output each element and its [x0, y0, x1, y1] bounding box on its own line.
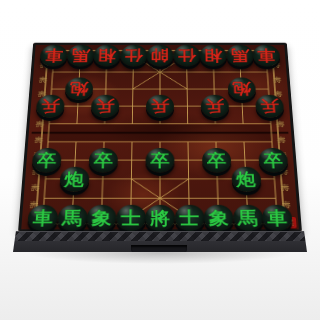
piece-glyph: 兵	[41, 99, 61, 114]
piece-glyph: 車	[267, 209, 288, 227]
piece-glyph: 卒	[263, 152, 283, 168]
piece-glyph: 車	[44, 48, 63, 62]
piece-red-soldier[interactable]: 兵	[255, 95, 284, 118]
piece-glyph: 馬	[230, 48, 249, 62]
piece-glyph: 車	[257, 48, 276, 62]
piece-red-chariot[interactable]: 車	[252, 45, 280, 67]
piece-glyph: 兵	[151, 99, 170, 114]
piece-glyph: 馬	[71, 48, 90, 62]
folding-board-front-edge	[13, 231, 307, 252]
piece-red-advisor[interactable]: 仕	[173, 45, 200, 67]
piece-glyph: 卒	[93, 152, 113, 168]
piece-glyph: 士	[121, 209, 141, 227]
piece-green-cannon[interactable]: 炮	[59, 166, 89, 191]
piece-green-soldier[interactable]: 卒	[258, 148, 288, 173]
piece-glyph: 相	[204, 48, 222, 62]
piece-glyph: 卒	[207, 152, 227, 168]
piece-glyph: 士	[179, 209, 199, 227]
piece-glyph: 卒	[37, 152, 57, 168]
piece-red-elephant[interactable]: 相	[199, 45, 227, 67]
piece-glyph: 炮	[232, 81, 251, 96]
piece-glyph: 炮	[64, 171, 84, 188]
piece-red-general[interactable]: 帥	[146, 45, 173, 67]
piece-green-advisor[interactable]: 士	[174, 205, 204, 231]
piece-glyph: 象	[208, 209, 228, 227]
piece-red-soldier[interactable]: 兵	[146, 95, 174, 118]
xiangqi-board: 壽 壽 壽 壽 壽 壽 壽 壽 壽 壽 壽 壽 壽 壽 壽 壽 壽 壽 壽 壽 …	[18, 43, 302, 232]
piece-glyph: 馬	[237, 209, 258, 227]
piece-green-soldier[interactable]: 卒	[202, 148, 232, 173]
piece-green-general[interactable]: 將	[145, 205, 175, 231]
piece-glyph: 車	[32, 209, 53, 227]
piece-glyph: 兵	[96, 99, 115, 114]
piece-green-soldier[interactable]: 卒	[146, 148, 175, 173]
piece-red-soldier[interactable]: 兵	[201, 95, 230, 118]
piece-green-advisor[interactable]: 士	[116, 205, 146, 231]
piece-glyph: 帥	[151, 48, 169, 62]
piece-red-horse[interactable]: 馬	[66, 45, 94, 67]
piece-glyph: 相	[98, 48, 116, 62]
piece-glyph: 炮	[236, 171, 256, 188]
board-grid-lines	[18, 43, 302, 232]
piece-glyph: 兵	[205, 99, 224, 114]
piece-green-cannon[interactable]: 炮	[231, 166, 261, 191]
piece-green-elephant[interactable]: 象	[203, 205, 234, 231]
piece-glyph: 仕	[177, 48, 195, 62]
piece-glyph: 炮	[69, 81, 88, 96]
piece-glyph: 象	[91, 209, 111, 227]
piece-glyph: 將	[150, 209, 170, 227]
piece-glyph: 馬	[62, 209, 83, 227]
piece-glyph: 卒	[150, 152, 169, 168]
product-photo-scene: 壽 壽 壽 壽 壽 壽 壽 壽 壽 壽 壽 壽 壽 壽 壽 壽 壽 壽 壽 壽 …	[0, 0, 320, 320]
piece-glyph: 仕	[124, 48, 142, 62]
piece-red-horse[interactable]: 馬	[226, 45, 254, 67]
piece-red-advisor[interactable]: 仕	[120, 45, 147, 67]
zigzag-texture	[13, 232, 307, 241]
piece-glyph: 兵	[260, 99, 280, 114]
